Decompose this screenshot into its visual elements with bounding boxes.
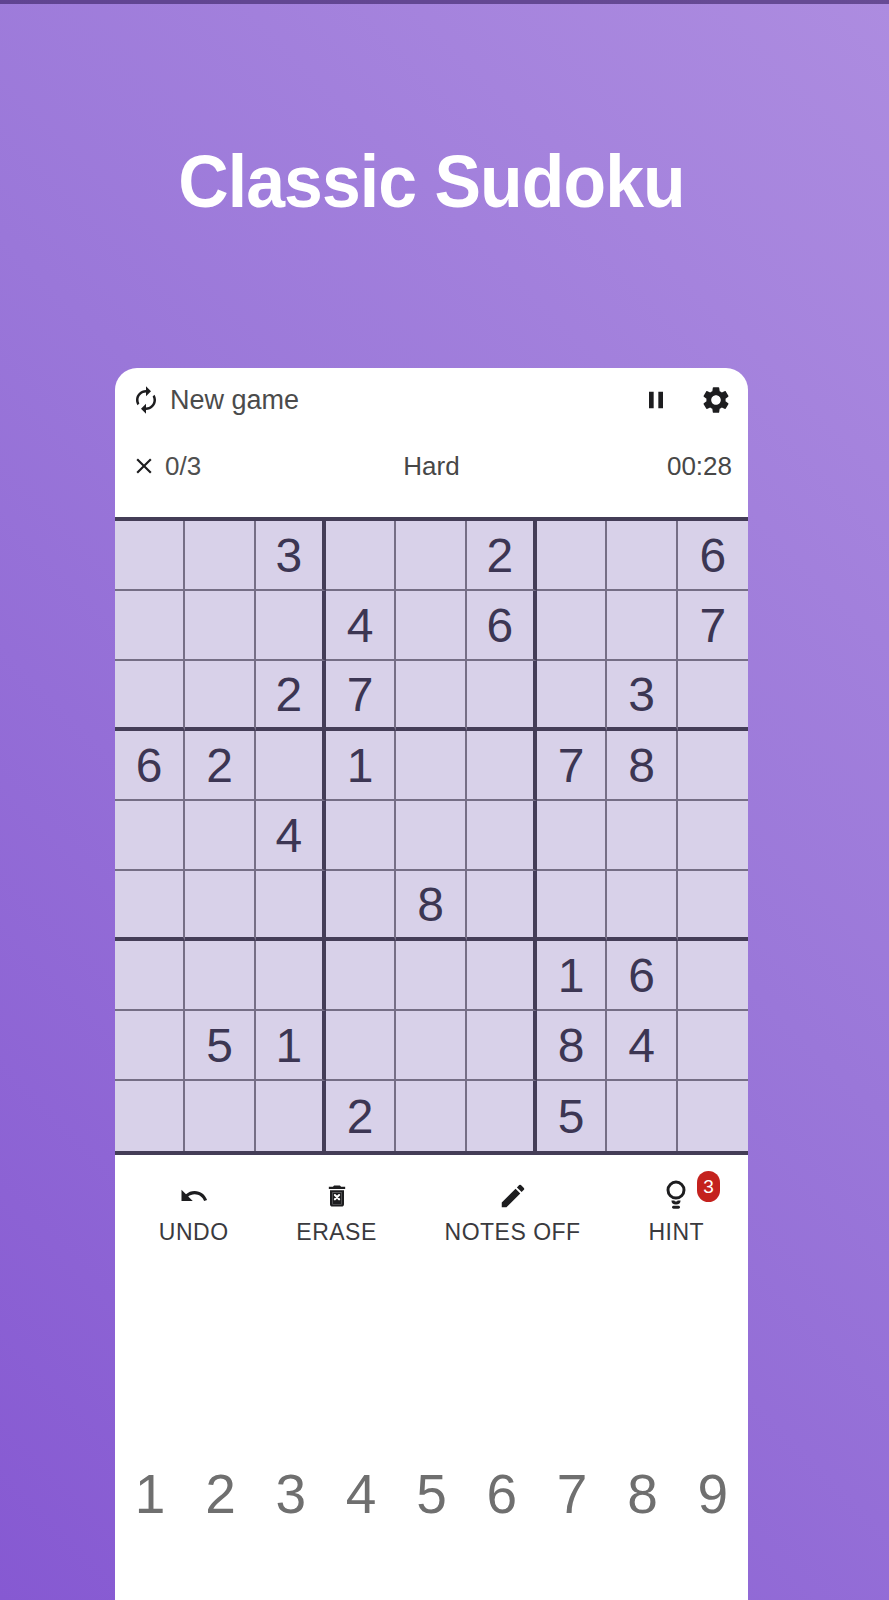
cell-r1c8[interactable] (607, 521, 677, 591)
numpad: 123456789 (115, 1458, 748, 1530)
cell-r9c9[interactable] (678, 1081, 748, 1151)
cell-r7c5[interactable] (396, 941, 466, 1011)
cell-r6c9[interactable] (678, 871, 748, 941)
lightbulb-icon (661, 1179, 691, 1211)
erase-trash-icon (323, 1181, 351, 1211)
numpad-key-1[interactable]: 1 (115, 1458, 185, 1530)
cell-r3c3[interactable]: 2 (256, 661, 326, 731)
cell-r4c2[interactable]: 2 (185, 731, 255, 801)
cell-r2c2[interactable] (185, 591, 255, 661)
cell-r5c2[interactable] (185, 801, 255, 871)
cell-r7c7[interactable]: 1 (537, 941, 607, 1011)
cell-r4c4[interactable]: 1 (326, 731, 396, 801)
cell-r5c5[interactable] (396, 801, 466, 871)
gear-icon (700, 384, 732, 416)
cell-r6c5[interactable]: 8 (396, 871, 466, 941)
cell-r9c2[interactable] (185, 1081, 255, 1151)
cell-r9c5[interactable] (396, 1081, 466, 1151)
cell-r9c4[interactable]: 2 (326, 1081, 396, 1151)
cell-r1c9[interactable]: 6 (678, 521, 748, 591)
cell-r1c6[interactable]: 2 (467, 521, 537, 591)
cell-r5c6[interactable] (467, 801, 537, 871)
numpad-key-4[interactable]: 4 (326, 1458, 396, 1530)
settings-button[interactable] (700, 384, 732, 416)
cell-r4c3[interactable] (256, 731, 326, 801)
cell-r4c5[interactable] (396, 731, 466, 801)
cell-r1c7[interactable] (537, 521, 607, 591)
cell-r2c5[interactable] (396, 591, 466, 661)
top-bar-actions (642, 384, 732, 416)
cell-r5c9[interactable] (678, 801, 748, 871)
cell-r3c1[interactable] (115, 661, 185, 731)
undo-label: UNDO (159, 1219, 229, 1246)
cell-r3c6[interactable] (467, 661, 537, 731)
cell-r1c4[interactable] (326, 521, 396, 591)
top-bar: New game (115, 368, 748, 432)
cell-r8c8[interactable]: 4 (607, 1011, 677, 1081)
numpad-key-7[interactable]: 7 (537, 1458, 607, 1530)
cell-r4c6[interactable] (467, 731, 537, 801)
cell-r2c1[interactable] (115, 591, 185, 661)
cell-r9c8[interactable] (607, 1081, 677, 1151)
numpad-key-8[interactable]: 8 (607, 1458, 677, 1530)
cell-r3c4[interactable]: 7 (326, 661, 396, 731)
cell-r5c3[interactable]: 4 (256, 801, 326, 871)
cell-r5c1[interactable] (115, 801, 185, 871)
hint-button[interactable]: 3 HINT (648, 1179, 704, 1246)
cell-r8c4[interactable] (326, 1011, 396, 1081)
cell-r2c3[interactable] (256, 591, 326, 661)
erase-label: ERASE (296, 1219, 376, 1246)
cell-r2c8[interactable] (607, 591, 677, 661)
undo-button[interactable]: UNDO (159, 1181, 229, 1246)
cell-r3c9[interactable] (678, 661, 748, 731)
numpad-key-5[interactable]: 5 (396, 1458, 466, 1530)
cell-r3c7[interactable] (537, 661, 607, 731)
cell-r7c1[interactable] (115, 941, 185, 1011)
cell-r8c2[interactable]: 5 (185, 1011, 255, 1081)
numpad-key-6[interactable]: 6 (467, 1458, 537, 1530)
cell-r5c4[interactable] (326, 801, 396, 871)
sudoku-grid: 326467273621784816518425 (115, 517, 748, 1155)
cell-r7c2[interactable] (185, 941, 255, 1011)
cell-r7c4[interactable] (326, 941, 396, 1011)
cell-r1c1[interactable] (115, 521, 185, 591)
cell-r8c1[interactable] (115, 1011, 185, 1081)
cell-r3c8[interactable]: 3 (607, 661, 677, 731)
cell-r9c3[interactable] (256, 1081, 326, 1151)
pause-button[interactable] (642, 386, 670, 414)
cell-r7c9[interactable] (678, 941, 748, 1011)
status-bar-strip (0, 0, 889, 4)
refresh-icon (131, 385, 161, 415)
cell-r8c3[interactable]: 1 (256, 1011, 326, 1081)
cell-r6c6[interactable] (467, 871, 537, 941)
pause-icon (642, 386, 670, 414)
new-game-label: New game (170, 385, 299, 416)
difficulty-label: Hard (115, 451, 748, 482)
hint-label: HINT (648, 1219, 704, 1246)
cell-r7c8[interactable]: 6 (607, 941, 677, 1011)
cell-r4c9[interactable] (678, 731, 748, 801)
cell-r2c9[interactable]: 7 (678, 591, 748, 661)
game-card: New game 0/3 Hard 00:28 326467273621784 (115, 368, 748, 1600)
cell-r7c6[interactable] (467, 941, 537, 1011)
cell-r2c7[interactable] (537, 591, 607, 661)
cell-r5c8[interactable] (607, 801, 677, 871)
cell-r6c3[interactable] (256, 871, 326, 941)
pencil-icon (498, 1181, 528, 1211)
cell-r7c3[interactable] (256, 941, 326, 1011)
cell-r3c2[interactable] (185, 661, 255, 731)
numpad-key-9[interactable]: 9 (678, 1458, 748, 1530)
cell-r8c6[interactable] (467, 1011, 537, 1081)
numpad-key-2[interactable]: 2 (185, 1458, 255, 1530)
new-game-button[interactable]: New game (131, 385, 299, 416)
cell-r4c1[interactable]: 6 (115, 731, 185, 801)
cell-r1c5[interactable] (396, 521, 466, 591)
cell-r4c8[interactable]: 8 (607, 731, 677, 801)
cell-r8c5[interactable] (396, 1011, 466, 1081)
cell-r9c6[interactable] (467, 1081, 537, 1151)
cell-r1c3[interactable]: 3 (256, 521, 326, 591)
cell-r6c7[interactable] (537, 871, 607, 941)
cell-r9c7[interactable]: 5 (537, 1081, 607, 1151)
hint-count-badge: 3 (697, 1171, 720, 1202)
cell-r9c1[interactable] (115, 1081, 185, 1151)
cell-r6c1[interactable] (115, 871, 185, 941)
status-bar: 0/3 Hard 00:28 (115, 432, 748, 500)
page-title: Classic Sudoku (137, 138, 726, 224)
cell-r2c4[interactable]: 4 (326, 591, 396, 661)
cell-r3c5[interactable] (396, 661, 466, 731)
cell-r1c2[interactable] (185, 521, 255, 591)
cell-r5c7[interactable] (537, 801, 607, 871)
cell-r6c4[interactable] (326, 871, 396, 941)
cell-r8c7[interactable]: 8 (537, 1011, 607, 1081)
cell-r6c2[interactable] (185, 871, 255, 941)
cell-r8c9[interactable] (678, 1011, 748, 1081)
erase-button[interactable]: ERASE (296, 1181, 376, 1246)
undo-icon (178, 1181, 210, 1211)
toolbar: UNDO ERASE NOTES OFF 3 HINT (115, 1179, 748, 1246)
numpad-key-3[interactable]: 3 (256, 1458, 326, 1530)
cell-r6c8[interactable] (607, 871, 677, 941)
notes-label: NOTES OFF (445, 1219, 581, 1246)
notes-button[interactable]: NOTES OFF (445, 1181, 581, 1246)
cell-r2c6[interactable]: 6 (467, 591, 537, 661)
cell-r4c7[interactable]: 7 (537, 731, 607, 801)
